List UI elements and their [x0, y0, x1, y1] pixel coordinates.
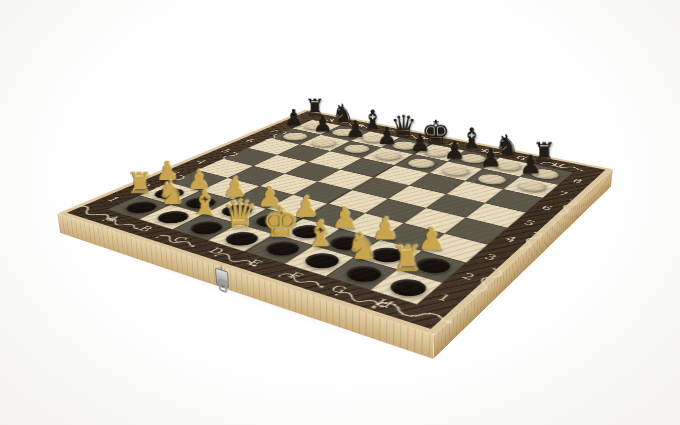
piece-glyph: ♟: [489, 142, 572, 188]
clasp-latch-icon: [215, 267, 229, 288]
product-photo-stage: ♜♞♝♛♚♝♞♜♟♟♟♟♟♟♟♟♟♟♟♟♟♟♟♟♜♞♝♛♚♝♞♜ AA11BB2…: [0, 0, 680, 425]
folding-chess-board: ♜♞♝♛♚♝♞♜♟♟♟♟♟♟♟♟♟♟♟♟♟♟♟♟♜♞♝♛♚♝♞♜ AA11BB2…: [57, 109, 612, 335]
chess-scene: ♜♞♝♛♚♝♞♜♟♟♟♟♟♟♟♟♟♟♟♟♟♟♟♟♜♞♝♛♚♝♞♜ AA11BB2…: [0, 0, 680, 425]
piece-glyph: ♜: [353, 230, 460, 289]
board-frame: ♜♞♝♛♚♝♞♜♟♟♟♟♟♟♟♟♟♟♟♟♟♟♟♟♜♞♝♛♚♝♞♜ AA11BB2…: [67, 111, 606, 329]
gold-rook-figurine: ♜: [372, 271, 445, 306]
